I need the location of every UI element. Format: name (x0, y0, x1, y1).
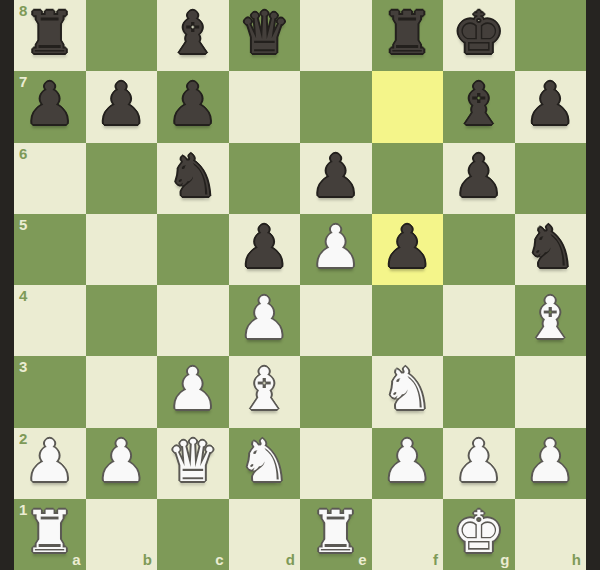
square-f4[interactable] (372, 285, 444, 356)
square-c7[interactable]: ♟ (157, 71, 229, 142)
file-label-c: c (215, 552, 223, 567)
square-d1[interactable]: d (229, 499, 301, 570)
white-bishop-icon[interactable]: ♝ (238, 356, 290, 425)
white-rook-icon[interactable]: ♜ (24, 499, 76, 568)
square-a3[interactable]: 3 (14, 356, 86, 427)
square-c1[interactable]: c (157, 499, 229, 570)
square-a8[interactable]: 8♜ (14, 0, 86, 71)
square-b4[interactable] (86, 285, 158, 356)
rank-label-6: 6 (19, 146, 27, 161)
square-c3[interactable]: ♟ (157, 356, 229, 427)
square-a5[interactable]: 5 (14, 214, 86, 285)
square-e1[interactable]: e♜ (300, 499, 372, 570)
black-pawn-icon[interactable]: ♟ (524, 71, 576, 140)
square-g3[interactable] (443, 356, 515, 427)
square-b7[interactable]: ♟ (86, 71, 158, 142)
black-pawn-icon[interactable]: ♟ (453, 143, 505, 212)
square-h5[interactable]: ♞ (515, 214, 587, 285)
square-f3[interactable]: ♞ (372, 356, 444, 427)
square-b6[interactable] (86, 143, 158, 214)
square-e7[interactable] (300, 71, 372, 142)
square-h1[interactable]: h (515, 499, 587, 570)
black-rook-icon[interactable]: ♜ (381, 0, 433, 69)
file-label-f: f (433, 552, 438, 567)
square-b8[interactable] (86, 0, 158, 71)
square-c8[interactable]: ♝ (157, 0, 229, 71)
black-knight-icon[interactable]: ♞ (524, 214, 576, 283)
black-queen-icon[interactable]: ♛ (238, 0, 290, 69)
square-e8[interactable] (300, 0, 372, 71)
white-pawn-icon[interactable]: ♟ (238, 285, 290, 354)
black-pawn-icon[interactable]: ♟ (167, 71, 219, 140)
square-g2[interactable]: ♟ (443, 428, 515, 499)
square-d2[interactable]: ♞ (229, 428, 301, 499)
square-h3[interactable] (515, 356, 587, 427)
black-king-icon[interactable]: ♚ (453, 0, 505, 69)
square-a7[interactable]: 7♟ (14, 71, 86, 142)
square-d3[interactable]: ♝ (229, 356, 301, 427)
square-f2[interactable]: ♟ (372, 428, 444, 499)
rank-label-4: 4 (19, 288, 27, 303)
square-h4[interactable]: ♝ (515, 285, 587, 356)
black-pawn-icon[interactable]: ♟ (381, 214, 433, 283)
square-c5[interactable] (157, 214, 229, 285)
app-background: 8♜♝♛♜♚7♟♟♟♝♟6♞♟♟5♟♟♟♞4♟♝3♟♝♞2♟♟♛♞♟♟♟1a♜b… (0, 0, 600, 570)
white-pawn-icon[interactable]: ♟ (524, 428, 576, 497)
file-label-h: h (572, 552, 581, 567)
square-b5[interactable] (86, 214, 158, 285)
file-label-b: b (143, 552, 152, 567)
square-e2[interactable] (300, 428, 372, 499)
square-e6[interactable]: ♟ (300, 143, 372, 214)
square-g7[interactable]: ♝ (443, 71, 515, 142)
white-bishop-icon[interactable]: ♝ (524, 285, 576, 354)
square-d4[interactable]: ♟ (229, 285, 301, 356)
black-rook-icon[interactable]: ♜ (24, 0, 76, 69)
square-d8[interactable]: ♛ (229, 0, 301, 71)
rank-label-3: 3 (19, 359, 27, 374)
square-b2[interactable]: ♟ (86, 428, 158, 499)
square-e3[interactable] (300, 356, 372, 427)
white-pawn-icon[interactable]: ♟ (167, 356, 219, 425)
square-e4[interactable] (300, 285, 372, 356)
square-g8[interactable]: ♚ (443, 0, 515, 71)
square-d6[interactable] (229, 143, 301, 214)
white-rook-icon[interactable]: ♜ (310, 499, 362, 568)
square-f8[interactable]: ♜ (372, 0, 444, 71)
white-pawn-icon[interactable]: ♟ (310, 214, 362, 283)
square-e5[interactable]: ♟ (300, 214, 372, 285)
square-f7[interactable] (372, 71, 444, 142)
black-pawn-icon[interactable]: ♟ (95, 71, 147, 140)
chess-board: 8♜♝♛♜♚7♟♟♟♝♟6♞♟♟5♟♟♟♞4♟♝3♟♝♞2♟♟♛♞♟♟♟1a♜b… (14, 0, 586, 570)
square-a4[interactable]: 4 (14, 285, 86, 356)
square-a2[interactable]: 2♟ (14, 428, 86, 499)
black-bishop-icon[interactable]: ♝ (453, 71, 505, 140)
black-pawn-icon[interactable]: ♟ (238, 214, 290, 283)
white-pawn-icon[interactable]: ♟ (453, 428, 505, 497)
white-pawn-icon[interactable]: ♟ (95, 428, 147, 497)
square-a1[interactable]: 1a♜ (14, 499, 86, 570)
white-king-icon[interactable]: ♚ (453, 499, 505, 568)
square-f1[interactable]: f (372, 499, 444, 570)
black-pawn-icon[interactable]: ♟ (24, 71, 76, 140)
rank-label-5: 5 (19, 217, 27, 232)
square-g4[interactable] (443, 285, 515, 356)
square-a6[interactable]: 6 (14, 143, 86, 214)
white-queen-icon[interactable]: ♛ (167, 428, 219, 497)
file-label-d: d (286, 552, 295, 567)
square-h7[interactable]: ♟ (515, 71, 587, 142)
square-g5[interactable] (443, 214, 515, 285)
square-b3[interactable] (86, 356, 158, 427)
white-pawn-icon[interactable]: ♟ (24, 428, 76, 497)
square-d5[interactable]: ♟ (229, 214, 301, 285)
square-g6[interactable]: ♟ (443, 143, 515, 214)
white-pawn-icon[interactable]: ♟ (381, 428, 433, 497)
square-c6[interactable]: ♞ (157, 143, 229, 214)
square-g1[interactable]: g♚ (443, 499, 515, 570)
black-pawn-icon[interactable]: ♟ (310, 143, 362, 212)
black-bishop-icon[interactable]: ♝ (167, 0, 219, 69)
square-h2[interactable]: ♟ (515, 428, 587, 499)
square-c4[interactable] (157, 285, 229, 356)
square-f6[interactable] (372, 143, 444, 214)
square-h8[interactable] (515, 0, 587, 71)
white-knight-icon[interactable]: ♞ (381, 356, 433, 425)
square-d7[interactable] (229, 71, 301, 142)
black-knight-icon[interactable]: ♞ (167, 143, 219, 212)
square-f5[interactable]: ♟ (372, 214, 444, 285)
white-knight-icon[interactable]: ♞ (238, 428, 290, 497)
square-c2[interactable]: ♛ (157, 428, 229, 499)
square-h6[interactable] (515, 143, 587, 214)
square-b1[interactable]: b (86, 499, 158, 570)
